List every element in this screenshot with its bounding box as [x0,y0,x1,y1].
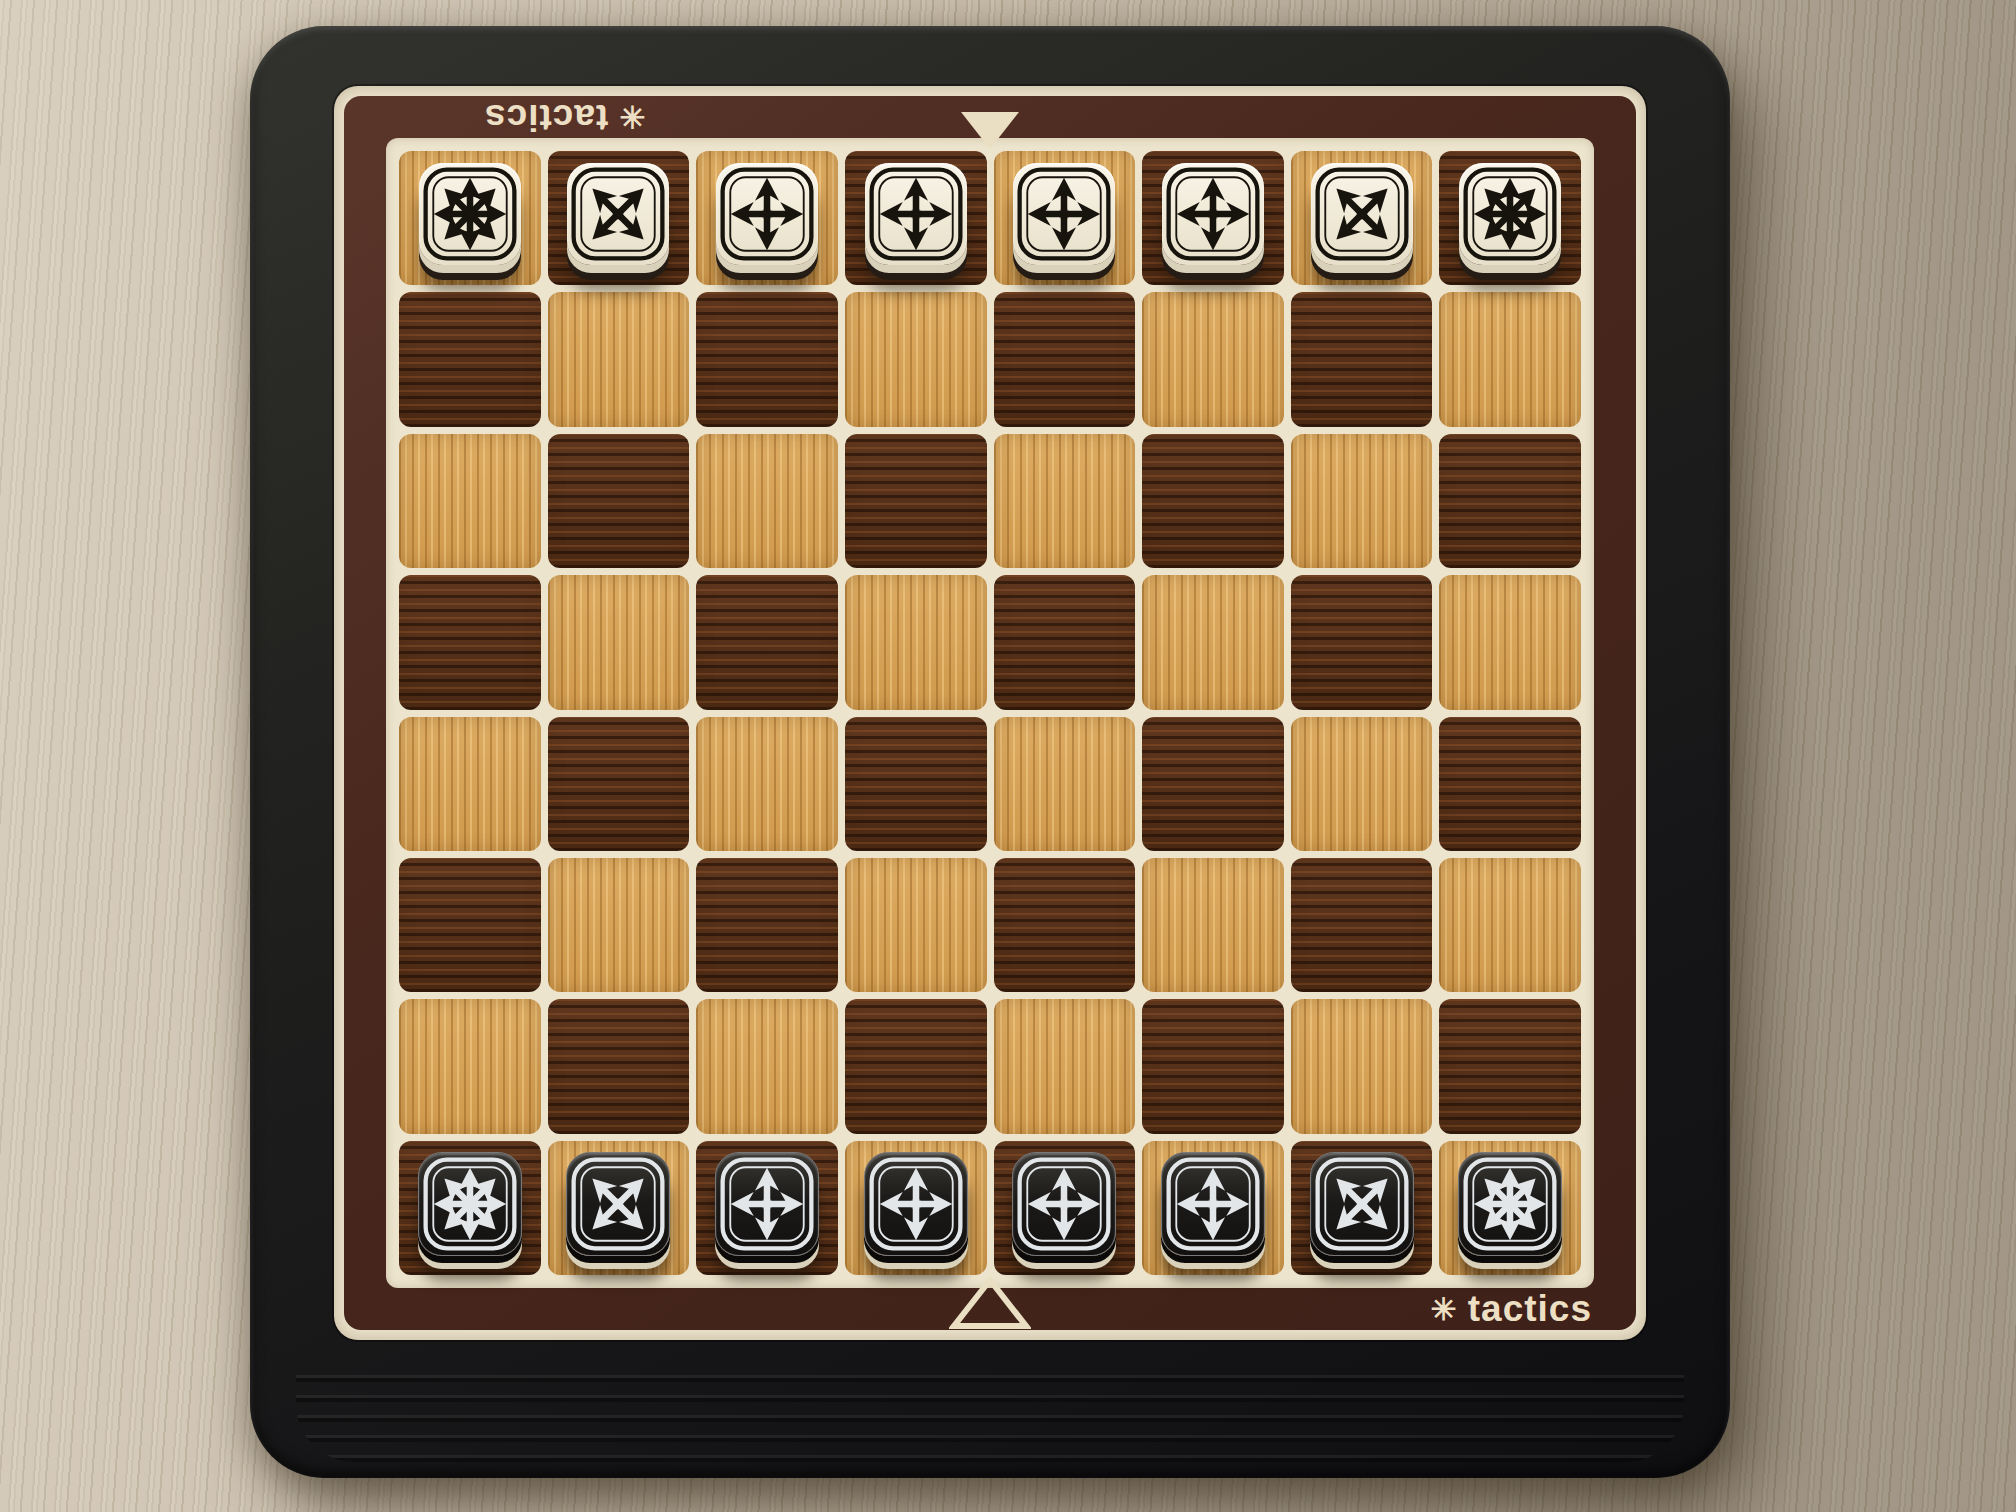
piece-white-orthogonal-cross[interactable] [716,163,818,265]
square-r4c6[interactable] [1142,575,1284,709]
square-r5c1[interactable] [399,717,541,851]
piece-white-star8[interactable] [1459,163,1561,265]
square-r4c2[interactable] [548,575,690,709]
square-r5c7[interactable] [1291,717,1433,851]
square-r7c3[interactable] [696,999,838,1133]
square-r6c6[interactable] [1142,858,1284,992]
square-r2c4[interactable] [845,292,987,426]
square-r1c6[interactable] [1142,151,1284,285]
star8-arrows-icon [419,1153,521,1255]
frame-ridges [296,1362,1684,1462]
orthogonal-cross-arrows-icon [1013,163,1115,265]
square-r8c6[interactable] [1142,1141,1284,1275]
square-r7c1[interactable] [399,999,541,1133]
square-r1c3[interactable] [696,151,838,285]
square-r5c3[interactable] [696,717,838,851]
piece-black-star8[interactable] [418,1152,522,1256]
orthogonal-cross-arrows-icon [865,1153,967,1255]
square-r6c2[interactable] [548,858,690,992]
square-r4c1[interactable] [399,575,541,709]
square-r8c7[interactable] [1291,1141,1433,1275]
piece-black-star8[interactable] [1458,1152,1562,1256]
piece-black-orthogonal-cross[interactable] [864,1152,968,1256]
square-r6c3[interactable] [696,858,838,992]
square-r3c6[interactable] [1142,434,1284,568]
square-r3c1[interactable] [399,434,541,568]
square-r5c2[interactable] [548,717,690,851]
diagonal-cross-arrows-icon [567,163,669,265]
square-r6c7[interactable] [1291,858,1433,992]
square-r3c2[interactable] [548,434,690,568]
brand-logo-text: tactics [484,96,608,138]
square-r2c6[interactable] [1142,292,1284,426]
square-r2c5[interactable] [994,292,1136,426]
eight-spoke-asterisk-icon: ✳ [618,102,645,133]
square-r5c5[interactable] [994,717,1136,851]
square-r5c4[interactable] [845,717,987,851]
square-r8c8[interactable] [1439,1141,1581,1275]
diagonal-cross-arrows-icon [567,1153,669,1255]
square-r8c2[interactable] [548,1141,690,1275]
board-grid [399,151,1581,1275]
piece-white-diagonal-cross[interactable] [567,163,669,265]
square-r3c3[interactable] [696,434,838,568]
square-r5c8[interactable] [1439,717,1581,851]
piece-black-diagonal-cross[interactable] [566,1152,670,1256]
square-r1c5[interactable] [994,151,1136,285]
square-r4c7[interactable] [1291,575,1433,709]
square-r2c2[interactable] [548,292,690,426]
square-r6c5[interactable] [994,858,1136,992]
piece-white-diagonal-cross[interactable] [1311,163,1413,265]
piece-white-orthogonal-cross[interactable] [1162,163,1264,265]
square-r6c8[interactable] [1439,858,1581,992]
star8-arrows-icon [1459,1153,1561,1255]
square-r1c7[interactable] [1291,151,1433,285]
orthogonal-cross-arrows-icon [1013,1153,1115,1255]
board-sheet: ✳ tactics ✳ tactics [334,86,1646,1340]
square-r2c1[interactable] [399,292,541,426]
square-r1c2[interactable] [548,151,690,285]
brand-logo-text: tactics [1468,1288,1592,1330]
square-r1c8[interactable] [1439,151,1581,285]
piece-white-orthogonal-cross[interactable] [1013,163,1115,265]
square-r4c3[interactable] [696,575,838,709]
piece-white-orthogonal-cross[interactable] [865,163,967,265]
star8-arrows-icon [419,163,521,265]
brand-logo-top: ✳ tactics [484,95,645,139]
square-r7c4[interactable] [845,999,987,1133]
piece-black-orthogonal-cross[interactable] [1012,1152,1116,1256]
piece-black-diagonal-cross[interactable] [1310,1152,1414,1256]
square-r7c7[interactable] [1291,999,1433,1133]
square-r2c8[interactable] [1439,292,1581,426]
piece-black-orthogonal-cross[interactable] [715,1152,819,1256]
square-r3c7[interactable] [1291,434,1433,568]
square-r6c1[interactable] [399,858,541,992]
board-frame: ✳ tactics ✳ tactics [250,26,1730,1478]
square-r8c3[interactable] [696,1141,838,1275]
square-r2c7[interactable] [1291,292,1433,426]
square-r7c2[interactable] [548,999,690,1133]
square-r1c4[interactable] [845,151,987,285]
playing-area [386,138,1594,1288]
square-r1c1[interactable] [399,151,541,285]
square-r6c4[interactable] [845,858,987,992]
square-r3c5[interactable] [994,434,1136,568]
orthogonal-cross-arrows-icon [1162,1153,1264,1255]
square-r4c4[interactable] [845,575,987,709]
orthogonal-cross-arrows-icon [865,163,967,265]
piece-white-star8[interactable] [419,163,521,265]
square-r3c8[interactable] [1439,434,1581,568]
square-r3c4[interactable] [845,434,987,568]
square-r7c5[interactable] [994,999,1136,1133]
orthogonal-cross-arrows-icon [716,163,818,265]
orthogonal-cross-arrows-icon [1162,163,1264,265]
square-r7c8[interactable] [1439,999,1581,1133]
diagonal-cross-arrows-icon [1311,1153,1413,1255]
brand-logo-bottom: ✳ tactics [1431,1287,1592,1331]
diagonal-cross-arrows-icon [1311,163,1413,265]
top-center-triangle-marker [961,112,1019,149]
square-r8c5[interactable] [994,1141,1136,1275]
orthogonal-cross-arrows-icon [716,1153,818,1255]
square-r7c6[interactable] [1142,999,1284,1133]
piece-black-orthogonal-cross[interactable] [1161,1152,1265,1256]
square-r4c5[interactable] [994,575,1136,709]
table-surface: ✳ tactics ✳ tactics [0,0,2016,1512]
square-r8c4[interactable] [845,1141,987,1275]
square-r5c6[interactable] [1142,717,1284,851]
eight-spoke-asterisk-icon: ✳ [1431,1294,1458,1325]
square-r8c1[interactable] [399,1141,541,1275]
square-r2c3[interactable] [696,292,838,426]
star8-arrows-icon [1459,163,1561,265]
bottom-center-triangle-marker [949,1275,1031,1331]
square-r4c8[interactable] [1439,575,1581,709]
